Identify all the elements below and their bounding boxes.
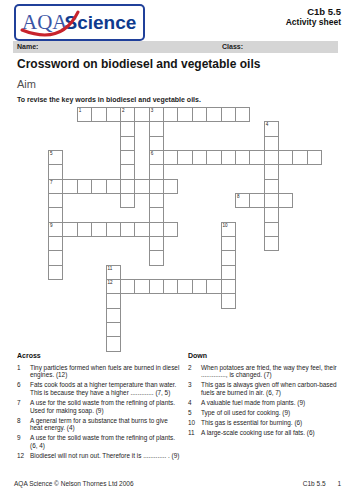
crossword-cell-r9c7[interactable]	[149, 236, 164, 251]
clue-text: This gas is essential for burning. (6)	[201, 419, 346, 427]
clue-down-11: 11A large-scale cooking use for all fats…	[188, 429, 346, 437]
aqa-logo-science-text: Science	[65, 13, 137, 32]
crossword-cell-r3c5[interactable]	[120, 150, 135, 165]
crossword-cell-r0c9[interactable]	[177, 107, 192, 122]
crossword-cell-r9c0[interactable]	[48, 236, 63, 251]
crossword-cell-r8c7[interactable]	[149, 222, 164, 237]
footer-code: C1b 5.5	[303, 480, 326, 487]
crossword-cell-r9c15[interactable]	[264, 236, 279, 251]
crossword-cell-r5c8[interactable]	[163, 179, 178, 194]
crossword-cell-r0c12[interactable]	[221, 107, 236, 122]
cell-number-6: 6	[151, 151, 154, 157]
crossword-cell-r3c17[interactable]	[292, 150, 307, 165]
crossword-cell-r7c0[interactable]	[48, 207, 63, 222]
crossword-cell-r8c5[interactable]	[120, 222, 135, 237]
crossword-cell-r11c4[interactable]: 11	[106, 265, 121, 280]
crossword-cell-r10c12[interactable]	[221, 250, 236, 265]
crossword-cell-r8c3[interactable]	[91, 222, 106, 237]
crossword-cell-r5c7[interactable]	[149, 179, 164, 194]
cell-number-11: 11	[108, 266, 113, 272]
crossword-cell-r7c15[interactable]	[264, 207, 279, 222]
crossword-cell-r13c12[interactable]	[221, 293, 236, 308]
cell-number-2: 2	[122, 108, 125, 114]
footer-copyright: AQA Science © Nelson Thornes Ltd 2006	[14, 480, 134, 487]
clue-number: 6	[17, 381, 30, 396]
crossword-cell-r5c1[interactable]	[62, 179, 77, 194]
crossword-cell-r2c7[interactable]	[149, 136, 164, 151]
crossword-cell-r12c5[interactable]	[120, 279, 135, 294]
crossword-cell-r3c18[interactable]	[307, 150, 322, 165]
crossword-cell-r5c0[interactable]: 7	[48, 179, 63, 194]
clue-down-2: 2When potatoes are fried, the way they f…	[188, 364, 346, 379]
crossword-cell-r11c12[interactable]	[221, 265, 236, 280]
crossword-cell-r3c16[interactable]	[278, 150, 293, 165]
clue-text: A general term for a substance that burn…	[30, 417, 180, 432]
crossword-cell-r3c7[interactable]: 6	[149, 150, 164, 165]
crossword-cell-r1c15[interactable]: 4	[264, 121, 279, 136]
clue-across-1: 1Tiny particles formed when fuels are bu…	[17, 364, 180, 379]
crossword-cell-r3c8[interactable]	[163, 150, 178, 165]
clue-number: 10	[188, 419, 201, 427]
crossword-cell-r0c6[interactable]	[134, 107, 149, 122]
crossword-cell-r12c7[interactable]	[149, 279, 164, 294]
crossword-cell-r8c4[interactable]	[106, 222, 121, 237]
crossword-cell-r12c9[interactable]	[177, 279, 192, 294]
aqa-logo-inner: AQA Science	[16, 6, 143, 39]
page-title: Crossword on biodiesel and vegetable oil…	[17, 57, 260, 71]
clue-number: 8	[17, 417, 30, 432]
crossword-cell-r6c5[interactable]	[120, 193, 135, 208]
crossword-cell-r6c7[interactable]	[149, 193, 164, 208]
clue-down-10: 10This gas is essential for burning. (6)	[188, 419, 346, 427]
crossword-cell-r0c10[interactable]	[192, 107, 207, 122]
cell-number-1: 1	[79, 108, 82, 114]
cell-number-7: 7	[50, 180, 53, 186]
aqa-logo-aqa-text: AQA	[22, 12, 68, 33]
crossword-cell-r15c4[interactable]	[106, 322, 121, 337]
clue-number: 5	[188, 409, 201, 417]
crossword-cell-r0c4[interactable]	[106, 107, 121, 122]
clue-down-4: 4A valuable fuel made from plants. (9)	[188, 399, 346, 407]
crossword-cell-r1c5[interactable]	[120, 121, 135, 136]
cell-number-9: 9	[50, 223, 53, 229]
cell-number-5: 5	[50, 151, 53, 157]
crossword-cell-r3c10[interactable]	[192, 150, 207, 165]
crossword-cell-r0c11[interactable]	[206, 107, 221, 122]
cell-number-8: 8	[237, 194, 240, 200]
sheet-code-block: C1b 5.5 Activity sheet	[286, 6, 341, 27]
class-label: Class:	[222, 41, 243, 53]
crossword-cell-r6c16[interactable]	[278, 193, 293, 208]
crossword-cell-r12c8[interactable]	[163, 279, 178, 294]
clue-text: Type of oil used for cooking. (9)	[201, 409, 346, 417]
crossword-cell-r0c8[interactable]	[163, 107, 178, 122]
crossword-cell-r4c15[interactable]	[264, 164, 279, 179]
crossword-cell-r0c13[interactable]	[235, 107, 250, 122]
crossword-cell-r6c14[interactable]	[249, 193, 264, 208]
crossword-cell-r2c5[interactable]	[120, 136, 135, 151]
clue-text: When potatoes are fried, the way they fe…	[201, 364, 346, 379]
clue-across-12: 12Biodiesel will not run out. Therefore …	[17, 452, 180, 460]
cell-number-10: 10	[223, 223, 228, 229]
sheet-type: Activity sheet	[286, 17, 341, 27]
across-clue-list: 1Tiny particles formed when fuels are bu…	[17, 364, 180, 460]
aim-description: To revise the key words in biodiesel and…	[17, 96, 201, 103]
footer-page-number: 1	[337, 480, 341, 487]
crossword-cell-r3c9[interactable]	[177, 150, 192, 165]
clue-number: 12	[17, 452, 30, 460]
clue-down-5: 5Type of oil used for cooking. (9)	[188, 409, 346, 417]
crossword-cell-r6c13[interactable]: 8	[235, 193, 250, 208]
crossword-cell-r4c0[interactable]	[48, 164, 63, 179]
across-clues-section: Across 1Tiny particles formed when fuels…	[14, 352, 180, 462]
crossword-cell-r6c15[interactable]	[264, 193, 279, 208]
clue-down-3: 3This gas is always given off when carbo…	[188, 381, 346, 396]
footer-right: C1b 5.5 1	[303, 480, 341, 487]
clue-text: Biodiesel will not run out. Therefore it…	[30, 452, 180, 460]
crossword-cell-r8c6[interactable]	[134, 222, 149, 237]
crossword-cell-r8c15[interactable]	[264, 222, 279, 237]
aim-heading: Aim	[17, 78, 36, 90]
clue-text: A large-scale cooking use for all fats. …	[201, 429, 346, 437]
crossword-cell-r12c12[interactable]	[221, 279, 236, 294]
crossword-cell-r5c3[interactable]	[91, 179, 106, 194]
crossword-cell-r3c14[interactable]	[249, 150, 264, 165]
sheet-code: C1b 5.5	[286, 6, 341, 17]
down-clue-list: 2When potatoes are fried, the way they f…	[188, 364, 346, 437]
across-heading: Across	[17, 352, 180, 360]
crossword-cell-r3c13[interactable]	[235, 150, 250, 165]
crossword-cell-r1c7[interactable]	[149, 121, 164, 136]
crossword-cell-r14c4[interactable]	[106, 308, 121, 323]
name-label: Name:	[17, 41, 38, 53]
clue-number: 9	[17, 434, 30, 449]
crossword-cell-r5c6[interactable]	[134, 179, 149, 194]
page-footer: AQA Science © Nelson Thornes Ltd 2006 C1…	[14, 480, 341, 487]
crossword-cell-r5c2[interactable]	[77, 179, 92, 194]
cell-number-3: 3	[151, 108, 154, 114]
down-heading: Down	[188, 352, 346, 360]
clue-number: 11	[188, 429, 201, 437]
name-class-bar: Name: Class:	[13, 41, 338, 53]
crossword-cell-r9c12[interactable]	[221, 236, 236, 251]
crossword-cell-r5c15[interactable]	[264, 179, 279, 194]
crossword-cell-r4c7[interactable]	[149, 164, 164, 179]
crossword-cell-r3c12[interactable]	[221, 150, 236, 165]
crossword-cell-r16c4[interactable]	[106, 336, 121, 351]
crossword-cell-r11c0[interactable]	[48, 265, 63, 280]
crossword-cell-r0c2[interactable]: 1	[77, 107, 92, 122]
clue-number: 2	[188, 364, 201, 379]
clue-number: 7	[17, 399, 30, 414]
clue-across-9: 9A use for the solid waste from the refi…	[17, 434, 180, 449]
clue-number: 3	[188, 381, 201, 396]
clue-text: Fats cook foods at a higher temperature …	[30, 381, 180, 396]
clue-across-7: 7A use for the solid waste from the refi…	[17, 399, 180, 414]
crossword-cell-r5c4[interactable]	[106, 179, 121, 194]
cell-number-12: 12	[108, 280, 113, 286]
crossword-cell-r0c5[interactable]: 2	[120, 107, 135, 122]
crossword-cell-r8c8[interactable]	[163, 222, 178, 237]
clue-across-6: 6Fats cook foods at a higher temperature…	[17, 381, 180, 396]
crossword-cell-r10c0[interactable]	[48, 250, 63, 265]
crossword-cell-r2c15[interactable]	[264, 136, 279, 151]
clue-number: 4	[188, 399, 201, 407]
crossword-cell-r8c0[interactable]: 9	[48, 222, 63, 237]
crossword-grid: 123456789101112	[48, 107, 326, 355]
crossword-cell-r12c6[interactable]	[134, 279, 149, 294]
clue-number: 1	[17, 364, 30, 379]
crossword-cell-r3c0[interactable]: 5	[48, 150, 63, 165]
crossword-cell-r13c4[interactable]	[106, 293, 121, 308]
crossword-cell-r6c0[interactable]	[48, 193, 63, 208]
clue-text: This gas is always given off when carbon…	[201, 381, 346, 396]
clue-across-8: 8A general term for a substance that bur…	[17, 417, 180, 432]
crossword-cell-r7c7[interactable]	[149, 207, 164, 222]
crossword-cell-r8c2[interactable]	[77, 222, 92, 237]
clue-text: A use for the solid waste from the refin…	[30, 399, 180, 414]
cell-number-4: 4	[266, 122, 269, 128]
clue-text: Tiny particles formed when fuels are bur…	[30, 364, 180, 379]
clue-text: A use for the solid waste from the refin…	[30, 434, 180, 449]
crossword-cell-r0c3[interactable]	[91, 107, 106, 122]
crossword-cell-r12c4[interactable]: 12	[106, 279, 121, 294]
crossword-cell-r10c7[interactable]	[149, 250, 164, 265]
crossword-cell-r12c10[interactable]	[192, 279, 207, 294]
crossword-cell-r8c1[interactable]	[62, 222, 77, 237]
crossword-cell-r12c11[interactable]	[206, 279, 221, 294]
clue-text: A valuable fuel made from plants. (9)	[201, 399, 346, 407]
crossword-cell-r3c11[interactable]	[206, 150, 221, 165]
crossword-cell-r5c5[interactable]	[120, 179, 135, 194]
crossword-cell-r0c7[interactable]: 3	[149, 107, 164, 122]
down-clues-section: Down 2When potatoes are fried, the way t…	[188, 352, 346, 439]
crossword-cell-r4c5[interactable]	[120, 164, 135, 179]
crossword-cell-r8c12[interactable]: 10	[221, 222, 236, 237]
aqa-logo: AQA Science	[14, 4, 145, 41]
crossword-cell-r3c15[interactable]	[264, 150, 279, 165]
